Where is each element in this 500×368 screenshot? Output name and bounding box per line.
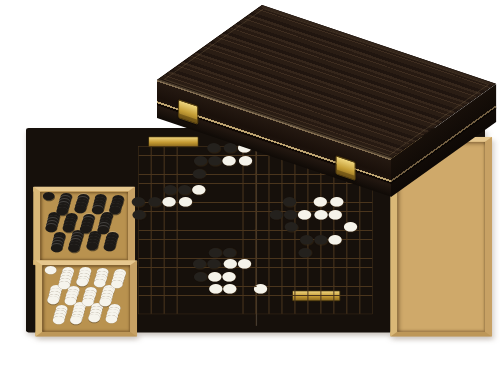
white-tray-stone: ●	[105, 313, 118, 324]
white-stone[interactable]: ●	[328, 207, 343, 219]
goban-cell[interactable]	[283, 270, 298, 282]
goban-cell[interactable]	[237, 195, 252, 207]
goban-cell[interactable]	[162, 257, 177, 269]
goban-cell[interactable]	[328, 315, 343, 319]
goban-cell[interactable]: ●	[177, 195, 192, 207]
goban-cell[interactable]	[283, 245, 298, 257]
black-stone[interactable]: ●	[207, 153, 222, 165]
goban-cell[interactable]	[177, 142, 192, 154]
goban-cell[interactable]	[253, 208, 268, 220]
white-stone[interactable]: ●	[178, 194, 193, 206]
goban-cell[interactable]	[222, 315, 237, 319]
white-tray-stone: ●	[69, 314, 82, 325]
goban-cell[interactable]	[222, 195, 237, 207]
goban-cell[interactable]	[162, 208, 177, 220]
black-tray-stone: ●	[79, 223, 92, 234]
goban-cell[interactable]	[313, 315, 328, 319]
goban-cell[interactable]	[268, 270, 283, 282]
goban-cell[interactable]	[253, 183, 268, 195]
goban-cell[interactable]	[237, 166, 252, 178]
goban-cell[interactable]	[298, 183, 313, 195]
black-tray-stone: ●	[44, 221, 57, 232]
goban-cell[interactable]	[177, 208, 192, 220]
white-tray-stone: ●	[52, 314, 65, 325]
black-stone[interactable]: ●	[192, 166, 207, 178]
hoshi-point	[254, 229, 256, 231]
goban-cell[interactable]	[222, 183, 237, 195]
goban-cell[interactable]: ●	[192, 270, 207, 282]
black-stone-heap: ●●●●●●●●●●●●●●●●●●●●●●●●●●●●●●●●●●●●●●●●…	[40, 192, 128, 261]
black-stone[interactable]: ●	[147, 194, 162, 206]
black-tray-stone: ●	[74, 203, 87, 214]
black-stone[interactable]: ●	[206, 141, 221, 153]
goban-cell[interactable]	[237, 208, 252, 220]
goban-cell[interactable]	[177, 154, 192, 166]
goban-cell[interactable]	[343, 232, 358, 244]
goban-cell[interactable]: ●	[192, 166, 207, 178]
white-stone[interactable]: ●	[297, 207, 312, 219]
goban-cell[interactable]	[192, 282, 207, 294]
white-stone[interactable]: ●	[329, 194, 344, 206]
goban-cell[interactable]	[268, 282, 283, 294]
white-stone[interactable]: ●	[207, 269, 222, 281]
goban-cell[interactable]	[328, 270, 343, 282]
black-stone[interactable]: ●	[193, 269, 208, 281]
goban-cell[interactable]: ●	[298, 208, 313, 220]
goban-cell[interactable]	[253, 315, 268, 319]
goban-cell[interactable]	[162, 154, 177, 166]
goban-cell[interactable]	[374, 220, 379, 232]
go-set-product-photo: ●●●●●●●●●●●●●●●●●●●●●●●●●●●●●●●●●●●●●●●●…	[0, 0, 500, 368]
goban-cell[interactable]	[268, 245, 283, 257]
goban-cell[interactable]: ●	[328, 208, 343, 220]
goban-cell[interactable]	[222, 220, 237, 232]
goban-cell[interactable]	[237, 315, 252, 319]
black-stone[interactable]: ●	[269, 207, 284, 219]
white-tray-stone: ●	[81, 296, 94, 307]
goban-cell[interactable]	[283, 166, 298, 178]
goban-cell[interactable]	[162, 142, 177, 154]
goban-cell[interactable]: ●	[268, 208, 283, 220]
white-stone[interactable]: ●	[314, 207, 329, 219]
black-stone[interactable]: ●	[132, 207, 147, 219]
goban-cell[interactable]	[253, 154, 268, 166]
white-tray-stone: ●	[46, 294, 59, 305]
white-stone[interactable]: ●	[221, 153, 236, 165]
goban-cell[interactable]	[253, 245, 268, 257]
goban-cell[interactable]: ●	[237, 257, 252, 269]
black-tray-stone: ●	[50, 241, 63, 252]
black-stone[interactable]: ●	[192, 256, 207, 268]
goban-cell[interactable]	[192, 232, 207, 244]
goban-cell[interactable]	[343, 315, 358, 319]
black-tray-stone: ●	[42, 192, 55, 202]
black-stone[interactable]: ●	[298, 245, 313, 257]
goban-cell[interactable]	[177, 270, 192, 282]
goban-cell[interactable]	[268, 183, 283, 195]
goban-cell[interactable]	[132, 315, 147, 319]
goban-cell[interactable]: ●	[207, 282, 222, 294]
black-stone[interactable]: ●	[313, 232, 328, 244]
white-stone[interactable]: ●	[222, 282, 237, 294]
goban-cell[interactable]: ●	[222, 154, 237, 166]
goban-cell[interactable]	[343, 245, 358, 257]
white-tray-stone: ●	[64, 295, 77, 306]
goban-cell[interactable]	[374, 245, 379, 257]
hoshi-point	[254, 173, 256, 175]
goban-cell[interactable]	[313, 270, 328, 282]
goban-cell[interactable]	[268, 257, 283, 269]
goban-cell[interactable]	[268, 232, 283, 244]
brass-latch-left	[178, 99, 198, 125]
goban-cell[interactable]	[162, 315, 177, 319]
goban-cell[interactable]	[177, 220, 192, 232]
goban-cell[interactable]: ●	[313, 232, 328, 244]
white-tray-stone: ●	[76, 276, 89, 287]
black-tray-stone: ●	[91, 204, 104, 215]
black-tray-stone: ●	[96, 224, 109, 235]
goban-cell[interactable]: ●	[192, 183, 207, 195]
goban-cell[interactable]	[132, 232, 147, 244]
goban-cell[interactable]	[147, 142, 162, 154]
goban-cell[interactable]	[268, 220, 283, 232]
goban-cell[interactable]: ●	[328, 232, 343, 244]
goban-cell[interactable]	[253, 195, 268, 207]
goban-cell[interactable]	[374, 270, 379, 282]
goban-cell[interactable]	[283, 232, 298, 244]
goban-cell[interactable]	[343, 282, 358, 294]
white-stone-tray: ●●●●●●●●●●●●●●●●●●●●●●●●●●●●●●●●●●●●●●●●…	[35, 260, 137, 337]
goban-cell[interactable]	[162, 232, 177, 244]
black-stone[interactable]: ●	[206, 256, 221, 268]
goban-cell[interactable]	[207, 208, 222, 220]
hoshi-point	[176, 229, 178, 231]
goban-cell[interactable]	[177, 245, 192, 257]
white-stone[interactable]: ●	[208, 282, 223, 294]
goban-cell[interactable]	[192, 208, 207, 220]
goban-cell[interactable]	[162, 245, 177, 257]
goban-cell[interactable]	[298, 315, 313, 319]
goban-cell[interactable]	[192, 220, 207, 232]
black-tray-stone: ●	[108, 204, 121, 215]
goban-cell[interactable]	[177, 166, 192, 178]
goban-cell[interactable]	[237, 232, 252, 244]
goban-cell[interactable]	[162, 270, 177, 282]
goban-cell[interactable]	[253, 232, 268, 244]
goban-cell[interactable]: ●	[147, 195, 162, 207]
black-tray-stone: ●	[85, 240, 98, 251]
goban-cell[interactable]	[298, 282, 313, 294]
goban-cell[interactable]	[222, 208, 237, 220]
goban-cell[interactable]	[147, 232, 162, 244]
goban-cell[interactable]	[283, 315, 298, 319]
white-tray-stone: ●	[57, 278, 70, 289]
goban-cell[interactable]: ●	[298, 245, 313, 257]
white-tray-stone: ●	[93, 277, 106, 288]
white-stone[interactable]: ●	[161, 194, 176, 206]
goban-cell[interactable]	[147, 270, 162, 282]
goban-cell[interactable]	[268, 166, 283, 178]
goban-cell[interactable]	[313, 257, 328, 269]
goban-cell[interactable]	[237, 183, 252, 195]
goban-cell[interactable]	[177, 257, 192, 269]
hoshi-point	[333, 229, 335, 231]
goban-cell[interactable]	[343, 257, 358, 269]
goban-cell[interactable]	[132, 220, 147, 232]
black-tray-stone: ●	[55, 205, 68, 216]
goban-cell[interactable]	[283, 282, 298, 294]
goban-cell[interactable]	[207, 315, 222, 319]
white-stone[interactable]: ●	[191, 183, 206, 195]
goban-cell[interactable]	[313, 245, 328, 257]
goban-cell[interactable]	[237, 282, 252, 294]
goban-cell[interactable]	[132, 257, 147, 269]
black-stone[interactable]: ●	[299, 232, 314, 244]
goban-cell[interactable]	[328, 257, 343, 269]
goban-cell[interactable]	[207, 166, 222, 178]
goban-cell[interactable]	[177, 282, 192, 294]
goban-cell[interactable]	[192, 315, 207, 319]
goban-cell[interactable]: ●	[253, 282, 268, 294]
goban-cell[interactable]	[237, 220, 252, 232]
goban-cell[interactable]	[298, 270, 313, 282]
goban-cell[interactable]	[162, 282, 177, 294]
black-stone[interactable]: ●	[193, 153, 208, 165]
goban-cell[interactable]	[177, 232, 192, 244]
goban-cell[interactable]	[147, 282, 162, 294]
hoshi-point	[176, 285, 178, 287]
goban-cell[interactable]	[132, 142, 147, 154]
goban-cell[interactable]: ●	[207, 154, 222, 166]
goban-cell[interactable]	[147, 166, 162, 178]
hoshi-point	[176, 173, 178, 175]
white-stone[interactable]: ●	[327, 232, 342, 244]
goban-cell[interactable]	[253, 257, 268, 269]
white-stone[interactable]: ●	[313, 194, 328, 206]
goban-cell[interactable]	[374, 195, 379, 207]
black-tray-stone: ●	[67, 242, 80, 253]
goban-cell[interactable]	[374, 208, 379, 220]
goban-cell[interactable]	[192, 195, 207, 207]
goban-cell[interactable]	[132, 282, 147, 294]
white-stone[interactable]: ●	[237, 256, 252, 268]
black-tray-stone: ●	[62, 222, 75, 233]
goban-cell[interactable]: ●	[237, 154, 252, 166]
goban-cell[interactable]: ●	[343, 220, 358, 232]
goban-cell[interactable]	[207, 195, 222, 207]
goban-cell[interactable]	[147, 245, 162, 257]
goban-cell[interactable]	[207, 183, 222, 195]
black-stone[interactable]: ●	[283, 207, 298, 219]
brass-latch-right	[336, 155, 356, 181]
goban-cell[interactable]	[343, 195, 358, 207]
goban-cell[interactable]	[162, 166, 177, 178]
goban-cell[interactable]	[374, 315, 379, 319]
goban-cell[interactable]	[328, 245, 343, 257]
white-stone[interactable]: ●	[253, 282, 268, 294]
goban-cell[interactable]	[298, 257, 313, 269]
goban-cell[interactable]	[147, 220, 162, 232]
white-tray-stone: ●	[87, 312, 100, 323]
white-tray-stone: ●	[98, 296, 111, 307]
hoshi-point	[333, 285, 335, 287]
white-tray-stone: ●	[110, 278, 123, 289]
goban-cell[interactable]: ●	[132, 208, 147, 220]
goban-cell[interactable]	[132, 166, 147, 178]
goban-cell[interactable]	[147, 208, 162, 220]
white-stone[interactable]: ●	[221, 269, 236, 281]
black-stone[interactable]: ●	[131, 194, 146, 206]
white-stone[interactable]: ●	[238, 153, 253, 165]
goban-cell[interactable]	[268, 315, 283, 319]
white-stone-heap: ●●●●●●●●●●●●●●●●●●●●●●●●●●●●●●●●●●●●●●●●…	[42, 265, 130, 331]
goban-cell[interactable]	[132, 245, 147, 257]
black-stone-tray: ●●●●●●●●●●●●●●●●●●●●●●●●●●●●●●●●●●●●●●●●…	[33, 186, 135, 265]
goban-cell[interactable]	[237, 270, 252, 282]
hoshi-point	[254, 285, 256, 287]
goban-cell[interactable]	[132, 154, 147, 166]
black-stone[interactable]: ●	[284, 220, 299, 232]
black-stone[interactable]: ●	[282, 194, 297, 206]
goban-cell[interactable]	[374, 257, 379, 269]
goban-cell[interactable]: ●	[162, 195, 177, 207]
goban-cell[interactable]	[283, 257, 298, 269]
goban-cell[interactable]: ●	[222, 282, 237, 294]
goban-cell[interactable]	[147, 315, 162, 319]
goban-cell[interactable]	[328, 282, 343, 294]
goban-cell[interactable]: ●	[283, 220, 298, 232]
white-stone[interactable]: ●	[343, 220, 358, 232]
goban-cell[interactable]	[313, 282, 328, 294]
goban-cell[interactable]	[222, 166, 237, 178]
goban-cell[interactable]	[207, 220, 222, 232]
goban-cell[interactable]	[343, 270, 358, 282]
black-tray-stone: ●	[103, 241, 116, 252]
goban-cell[interactable]	[177, 315, 192, 319]
goban-cell[interactable]	[162, 220, 177, 232]
goban-cell[interactable]	[147, 154, 162, 166]
white-tray-stone: ●	[44, 265, 57, 275]
goban-cell[interactable]: ●	[313, 208, 328, 220]
goban-cell[interactable]	[132, 270, 147, 282]
goban-cell[interactable]	[147, 257, 162, 269]
white-stone[interactable]: ●	[223, 256, 238, 268]
goban-cell[interactable]	[374, 232, 379, 244]
goban-cell[interactable]	[374, 282, 379, 294]
